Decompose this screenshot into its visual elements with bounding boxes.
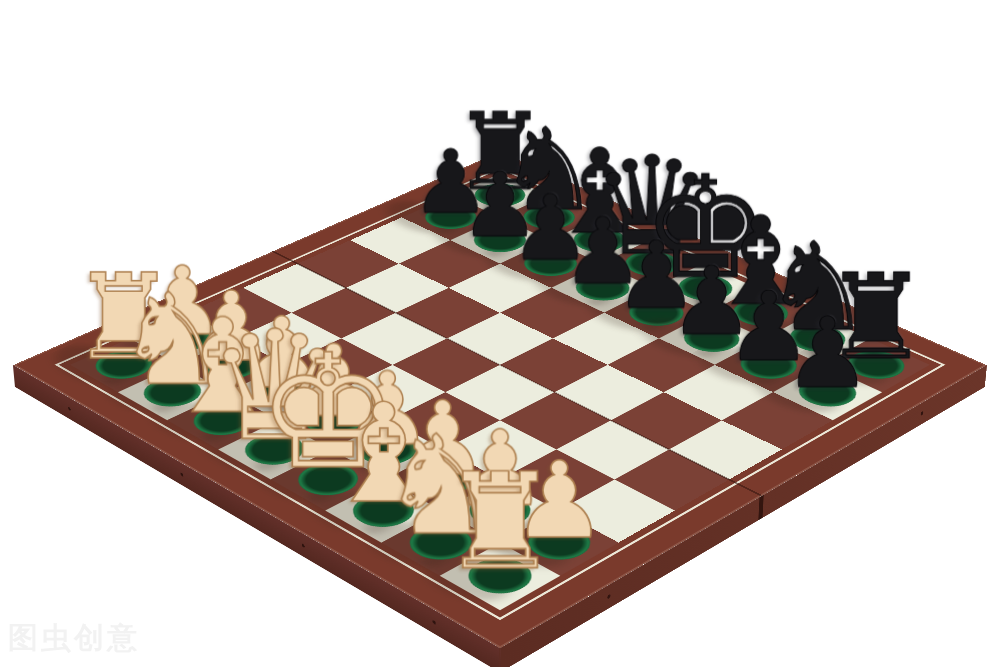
watermark: 图虫创意	[8, 618, 140, 659]
white-rook-glyph: ♜	[332, 459, 669, 585]
chess-board: ♜♞♝♛♚♝♞♜♟♟♟♟♟♟♟♟♟♟♟♟♟♟♟♟♜♞♝♛♚♝♞♜	[14, 152, 987, 648]
chess-set-photo: ♜♞♝♛♚♝♞♜♟♟♟♟♟♟♟♟♟♟♟♟♟♟♟♟♜♞♝♛♚♝♞♜ 图虫创意	[0, 0, 1000, 667]
black-pawn-glyph: ♟	[675, 308, 980, 401]
board-squares: ♜♞♝♛♚♝♞♜♟♟♟♟♟♟♟♟♟♟♟♟♟♟♟♟♜♞♝♛♚♝♞♜	[70, 174, 930, 611]
